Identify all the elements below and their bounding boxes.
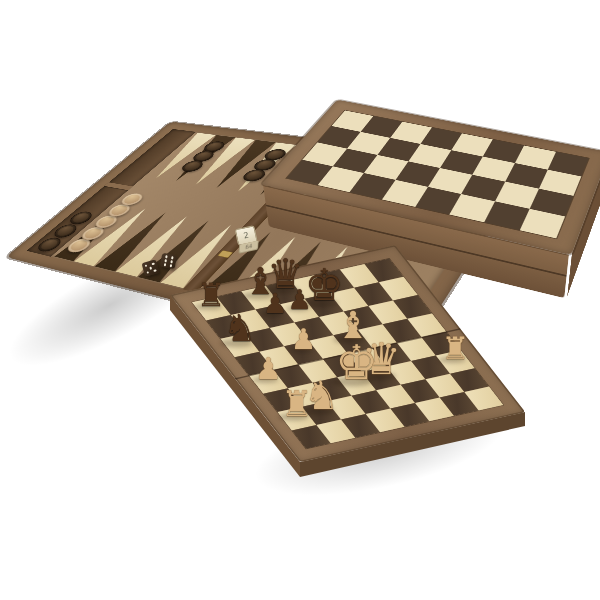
product-photo-scene: 2 64 ♜♝♛♟♟♚♞♟♝♟♚♛♜♜♞: [0, 0, 600, 600]
